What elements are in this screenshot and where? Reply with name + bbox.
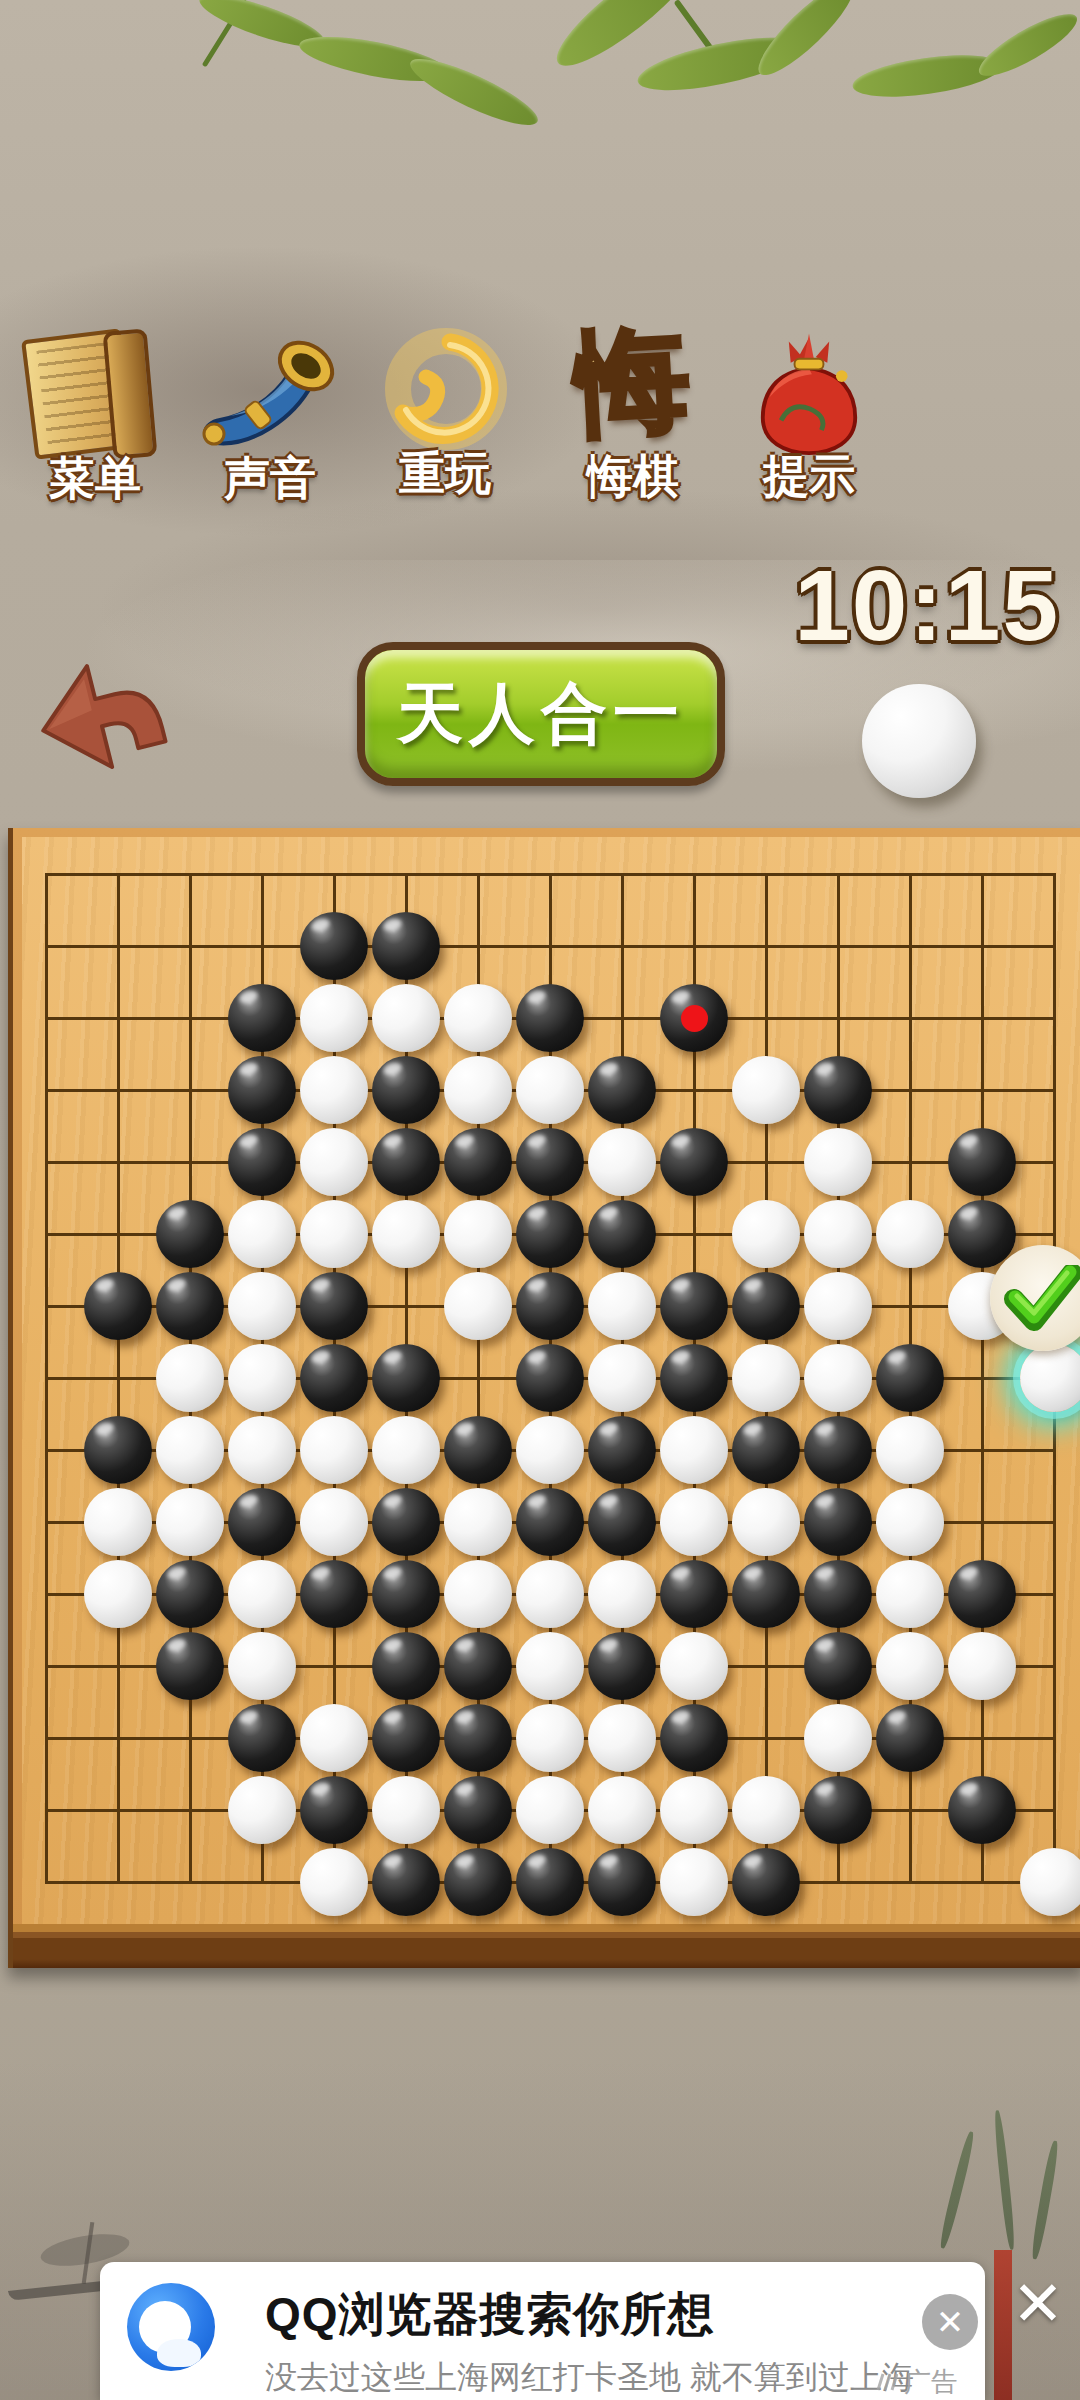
menu-scroll-icon	[10, 330, 180, 456]
white-stone	[84, 1488, 152, 1556]
level-button[interactable]: 天人合一	[357, 642, 725, 786]
white-stone	[300, 1488, 368, 1556]
sound-horn-icon	[185, 330, 355, 456]
white-stone	[228, 1272, 296, 1340]
white-stone	[228, 1200, 296, 1268]
white-stone	[516, 1416, 584, 1484]
replay-label: 重玩	[360, 443, 530, 505]
black-stone	[300, 1344, 368, 1412]
white-stone	[804, 1128, 872, 1196]
black-stone	[588, 1200, 656, 1268]
white-stone	[660, 1848, 728, 1916]
reed-art	[1030, 2140, 1061, 2260]
replay-swirl-icon	[360, 325, 530, 451]
black-stone	[876, 1344, 944, 1412]
white-stone	[84, 1560, 152, 1628]
white-stone	[372, 984, 440, 1052]
black-stone	[228, 984, 296, 1052]
black-stone	[156, 1272, 224, 1340]
black-stone	[156, 1632, 224, 1700]
black-stone	[372, 1344, 440, 1412]
black-stone	[444, 1128, 512, 1196]
white-stone	[228, 1416, 296, 1484]
black-stone	[372, 1128, 440, 1196]
black-stone	[372, 912, 440, 980]
board-grid[interactable]	[13, 828, 1080, 1968]
black-stone	[444, 1848, 512, 1916]
white-stone	[876, 1488, 944, 1556]
white-stone	[516, 1056, 584, 1124]
black-stone	[732, 1272, 800, 1340]
ad-banner[interactable]: QQ浏览器搜索你所想 没去过这些上海网红打卡圣地 就不算到过上海 ✕ 广告	[100, 2262, 985, 2400]
black-stone	[300, 1560, 368, 1628]
black-stone	[228, 1128, 296, 1196]
black-stone	[948, 1776, 1016, 1844]
white-stone	[516, 1560, 584, 1628]
white-stone	[804, 1272, 872, 1340]
white-stone	[300, 1056, 368, 1124]
white-stone	[804, 1704, 872, 1772]
black-stone	[732, 1560, 800, 1628]
white-stone	[444, 1056, 512, 1124]
white-stone	[444, 984, 512, 1052]
sound-label: 声音	[185, 448, 355, 510]
white-stone	[300, 1416, 368, 1484]
replay-button[interactable]: 重玩	[360, 325, 530, 505]
white-stone	[516, 1704, 584, 1772]
white-stone	[876, 1560, 944, 1628]
black-stone	[516, 1128, 584, 1196]
black-stone	[804, 1776, 872, 1844]
black-stone	[84, 1272, 152, 1340]
white-stone	[732, 1344, 800, 1412]
black-stone	[444, 1776, 512, 1844]
white-stone	[660, 1488, 728, 1556]
white-stone	[732, 1488, 800, 1556]
white-stone	[444, 1560, 512, 1628]
black-stone	[372, 1488, 440, 1556]
black-stone	[804, 1056, 872, 1124]
menu-label: 菜单	[10, 448, 180, 510]
white-stone	[948, 1632, 1016, 1700]
last-move-marker	[681, 1005, 708, 1032]
black-stone	[660, 1704, 728, 1772]
ad-label: 广告	[872, 2364, 958, 2400]
banner-close-button[interactable]: ✕	[1002, 2268, 1074, 2340]
white-stone	[876, 1632, 944, 1700]
game-timer: 10:15	[794, 548, 1060, 663]
white-stone	[372, 1200, 440, 1268]
black-stone	[444, 1632, 512, 1700]
white-stone	[156, 1488, 224, 1556]
black-stone	[660, 1560, 728, 1628]
black-stone	[156, 1200, 224, 1268]
back-button[interactable]	[26, 638, 176, 783]
black-stone	[372, 1056, 440, 1124]
white-stone	[300, 1128, 368, 1196]
white-stone	[876, 1416, 944, 1484]
white-stone	[516, 1632, 584, 1700]
white-stone	[1020, 1848, 1080, 1916]
black-stone	[228, 1704, 296, 1772]
ad-slashes-icon	[872, 2372, 898, 2392]
ad-close-button[interactable]: ✕	[922, 2294, 978, 2350]
black-stone	[516, 1272, 584, 1340]
black-stone	[516, 984, 584, 1052]
black-stone	[588, 1488, 656, 1556]
white-stone	[372, 1776, 440, 1844]
white-stone	[732, 1200, 800, 1268]
white-stone	[660, 1416, 728, 1484]
black-stone	[948, 1200, 1016, 1268]
black-stone	[660, 1344, 728, 1412]
ad-title: QQ浏览器搜索你所想	[265, 2284, 715, 2346]
white-stone	[732, 1056, 800, 1124]
white-stone	[300, 984, 368, 1052]
white-stone	[804, 1344, 872, 1412]
black-stone	[732, 1416, 800, 1484]
white-stone	[660, 1776, 728, 1844]
black-stone	[660, 984, 728, 1052]
white-stone	[156, 1344, 224, 1412]
white-stone	[588, 1776, 656, 1844]
black-stone	[300, 1272, 368, 1340]
hint-label: 提示	[724, 446, 894, 508]
black-stone	[444, 1416, 512, 1484]
black-stone	[660, 1272, 728, 1340]
white-stone	[588, 1272, 656, 1340]
white-stone	[300, 1848, 368, 1916]
close-icon: ✕	[936, 2302, 965, 2342]
black-stone	[516, 1488, 584, 1556]
reed-art	[938, 2131, 977, 2250]
black-stone	[444, 1704, 512, 1772]
white-stone	[372, 1416, 440, 1484]
black-stone	[660, 1128, 728, 1196]
black-stone	[516, 1848, 584, 1916]
turn-indicator-white-stone	[862, 684, 976, 798]
white-stone	[300, 1200, 368, 1268]
white-stone	[228, 1632, 296, 1700]
black-stone	[228, 1488, 296, 1556]
ink-boat-art	[82, 2222, 95, 2284]
black-stone	[300, 912, 368, 980]
black-stone	[804, 1488, 872, 1556]
black-stone	[84, 1416, 152, 1484]
black-stone	[948, 1128, 1016, 1196]
white-stone	[444, 1200, 512, 1268]
black-stone	[804, 1632, 872, 1700]
close-icon: ✕	[1012, 2269, 1064, 2338]
undo-button[interactable]: 悔 悔棋	[548, 328, 718, 508]
white-stone	[444, 1272, 512, 1340]
black-stone	[516, 1200, 584, 1268]
black-stone	[876, 1704, 944, 1772]
bamboo-leaf-art	[850, 48, 1004, 105]
white-stone	[444, 1488, 512, 1556]
reed-art	[993, 2110, 1017, 2250]
game-screen: 菜单 声音 重玩 悔 悔棋	[0, 0, 1080, 2400]
black-stone	[300, 1776, 368, 1844]
grid-line	[981, 873, 984, 1884]
white-stone	[804, 1200, 872, 1268]
qq-browser-logo	[127, 2283, 215, 2371]
back-arrow-icon	[26, 638, 176, 783]
white-stone	[732, 1776, 800, 1844]
black-stone	[588, 1848, 656, 1916]
undo-char-icon: 悔	[548, 328, 718, 454]
black-stone	[588, 1632, 656, 1700]
black-stone	[588, 1416, 656, 1484]
black-stone	[372, 1704, 440, 1772]
white-stone	[588, 1560, 656, 1628]
black-stone	[588, 1056, 656, 1124]
white-stone	[228, 1560, 296, 1628]
white-stone	[588, 1128, 656, 1196]
black-stone	[948, 1560, 1016, 1628]
white-stone	[588, 1704, 656, 1772]
black-stone	[804, 1416, 872, 1484]
black-stone	[732, 1848, 800, 1916]
sound-button[interactable]: 声音	[185, 330, 355, 510]
white-stone	[516, 1776, 584, 1844]
bamboo-leaf-art	[404, 48, 544, 136]
menu-button[interactable]: 菜单	[10, 330, 180, 510]
black-stone	[804, 1560, 872, 1628]
hint-button[interactable]: 提示	[724, 328, 894, 508]
black-stone	[156, 1560, 224, 1628]
white-stone	[660, 1632, 728, 1700]
undo-label: 悔棋	[548, 446, 718, 508]
black-stone	[372, 1560, 440, 1628]
white-stone	[876, 1200, 944, 1268]
level-button-label: 天人合一	[397, 669, 685, 759]
gomoku-board[interactable]	[8, 828, 1080, 1968]
bamboo-leaf-art	[972, 4, 1080, 86]
pending-white-stone[interactable]	[1020, 1344, 1080, 1412]
black-stone	[372, 1632, 440, 1700]
white-stone	[300, 1704, 368, 1772]
green-check-icon	[1004, 1265, 1080, 1331]
white-stone	[156, 1416, 224, 1484]
white-stone	[228, 1344, 296, 1412]
black-stone	[372, 1848, 440, 1916]
black-stone	[516, 1344, 584, 1412]
white-stone	[588, 1344, 656, 1412]
black-stone	[228, 1056, 296, 1124]
white-stone	[228, 1776, 296, 1844]
hint-bag-icon	[724, 328, 894, 454]
ad-subtitle: 没去过这些上海网红打卡圣地 就不算到过上海	[265, 2356, 914, 2400]
